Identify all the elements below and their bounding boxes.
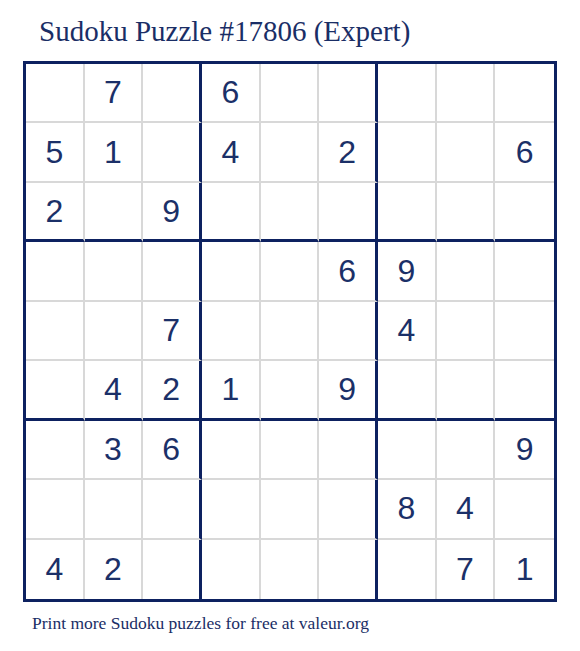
cell-r8c2: [85, 480, 144, 539]
cell-r4c2: [85, 242, 144, 301]
cell-r1c9: [495, 64, 554, 123]
cell-r8c8: 4: [437, 480, 496, 539]
cell-r7c1: [26, 421, 85, 480]
cell-r5c1: [26, 302, 85, 361]
cell-r6c3: 2: [143, 361, 202, 420]
cell-r7c4: [202, 421, 261, 480]
cell-r5c2: [85, 302, 144, 361]
cell-r2c1: 5: [26, 123, 85, 182]
cell-r8c1: [26, 480, 85, 539]
cell-r5c7: 4: [378, 302, 437, 361]
cell-r2c8: [437, 123, 496, 182]
cell-r3c6: [319, 183, 378, 242]
cell-r2c7: [378, 123, 437, 182]
cell-r3c4: [202, 183, 261, 242]
cell-r4c9: [495, 242, 554, 301]
cell-r3c7: [378, 183, 437, 242]
cell-r3c8: [437, 183, 496, 242]
cell-r7c8: [437, 421, 496, 480]
cell-r9c4: [202, 540, 261, 599]
cell-r5c3: 7: [143, 302, 202, 361]
cell-r7c2: 3: [85, 421, 144, 480]
cell-r9c5: [261, 540, 320, 599]
cell-r6c5: [261, 361, 320, 420]
cell-r6c1: [26, 361, 85, 420]
cell-r4c8: [437, 242, 496, 301]
cell-r7c7: [378, 421, 437, 480]
cell-r6c6: 9: [319, 361, 378, 420]
cell-r5c4: [202, 302, 261, 361]
sudoku-board: 76514262969744219369844271: [23, 61, 557, 602]
cell-r8c9: [495, 480, 554, 539]
cell-r1c5: [261, 64, 320, 123]
cell-r1c8: [437, 64, 496, 123]
cell-r1c2: 7: [85, 64, 144, 123]
cell-r9c1: 4: [26, 540, 85, 599]
cell-r4c6: 6: [319, 242, 378, 301]
cell-r2c9: 6: [495, 123, 554, 182]
cell-r4c3: [143, 242, 202, 301]
cell-r6c7: [378, 361, 437, 420]
cell-r9c9: 1: [495, 540, 554, 599]
cell-r9c6: [319, 540, 378, 599]
cell-r8c6: [319, 480, 378, 539]
cell-r5c9: [495, 302, 554, 361]
cell-r8c3: [143, 480, 202, 539]
cell-r7c9: 9: [495, 421, 554, 480]
cell-r2c6: 2: [319, 123, 378, 182]
cell-r2c4: 4: [202, 123, 261, 182]
footer-text: Print more Sudoku puzzles for free at va…: [32, 613, 369, 634]
cell-r7c5: [261, 421, 320, 480]
cell-r3c2: [85, 183, 144, 242]
cell-r6c9: [495, 361, 554, 420]
cell-r1c4: 6: [202, 64, 261, 123]
cell-r9c3: [143, 540, 202, 599]
cell-r2c2: 1: [85, 123, 144, 182]
cell-r9c2: 2: [85, 540, 144, 599]
cell-r8c7: 8: [378, 480, 437, 539]
page-title: Sudoku Puzzle #17806 (Expert): [39, 14, 410, 49]
cell-r6c8: [437, 361, 496, 420]
cell-r2c5: [261, 123, 320, 182]
cell-r6c2: 4: [85, 361, 144, 420]
cell-r9c7: [378, 540, 437, 599]
cell-r5c5: [261, 302, 320, 361]
cell-r8c5: [261, 480, 320, 539]
cell-r3c9: [495, 183, 554, 242]
cell-r7c6: [319, 421, 378, 480]
cell-r6c4: 1: [202, 361, 261, 420]
cell-r1c7: [378, 64, 437, 123]
cell-r4c5: [261, 242, 320, 301]
cell-r3c1: 2: [26, 183, 85, 242]
cell-r1c3: [143, 64, 202, 123]
cell-r3c5: [261, 183, 320, 242]
cell-r1c6: [319, 64, 378, 123]
cell-r9c8: 7: [437, 540, 496, 599]
cell-r4c7: 9: [378, 242, 437, 301]
cell-r2c3: [143, 123, 202, 182]
cell-r1c1: [26, 64, 85, 123]
cell-r8c4: [202, 480, 261, 539]
cell-r4c4: [202, 242, 261, 301]
cell-r7c3: 6: [143, 421, 202, 480]
cell-r5c6: [319, 302, 378, 361]
cell-r5c8: [437, 302, 496, 361]
cell-r4c1: [26, 242, 85, 301]
cell-r3c3: 9: [143, 183, 202, 242]
